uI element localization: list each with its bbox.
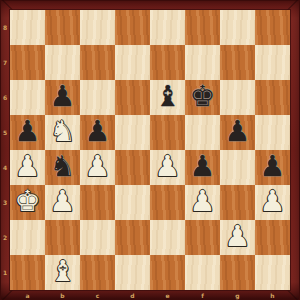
white-king[interactable]: ♚ <box>15 187 41 216</box>
square-b7[interactable] <box>45 45 80 80</box>
square-a6[interactable] <box>10 80 45 115</box>
square-a2[interactable] <box>10 220 45 255</box>
square-c2[interactable] <box>80 220 115 255</box>
file-label-e: e <box>150 290 185 300</box>
square-f8[interactable] <box>185 10 220 45</box>
file-label-b: b <box>45 290 80 300</box>
square-b3[interactable]: ♟ <box>45 185 80 220</box>
square-f2[interactable] <box>185 220 220 255</box>
white-pawn[interactable]: ♟ <box>85 152 111 181</box>
square-h8[interactable] <box>255 10 290 45</box>
square-f7[interactable] <box>185 45 220 80</box>
square-b4[interactable]: ♞ <box>45 150 80 185</box>
file-label-a: a <box>10 290 45 300</box>
square-d3[interactable] <box>115 185 150 220</box>
square-d8[interactable] <box>115 10 150 45</box>
square-a4[interactable]: ♟ <box>10 150 45 185</box>
square-h1[interactable] <box>255 255 290 290</box>
square-g8[interactable] <box>220 10 255 45</box>
square-d4[interactable] <box>115 150 150 185</box>
white-pawn[interactable]: ♟ <box>50 187 76 216</box>
square-b8[interactable] <box>45 10 80 45</box>
square-c6[interactable] <box>80 80 115 115</box>
rank-label-8: 8 <box>0 10 10 45</box>
rank-label-7: 7 <box>0 45 10 80</box>
frame-miter-bottom-left <box>0 289 13 300</box>
square-g2[interactable]: ♟ <box>220 220 255 255</box>
square-f5[interactable] <box>185 115 220 150</box>
square-e2[interactable] <box>150 220 185 255</box>
square-f6[interactable]: ♚ <box>185 80 220 115</box>
square-c7[interactable] <box>80 45 115 80</box>
square-h6[interactable] <box>255 80 290 115</box>
square-a5[interactable]: ♟ <box>10 115 45 150</box>
file-label-f: f <box>185 290 220 300</box>
square-d7[interactable] <box>115 45 150 80</box>
black-pawn[interactable]: ♟ <box>190 152 216 181</box>
square-b5[interactable]: ♞ <box>45 115 80 150</box>
rank-label-3: 3 <box>0 185 10 220</box>
square-d6[interactable] <box>115 80 150 115</box>
square-h3[interactable]: ♟ <box>255 185 290 220</box>
rank-labels: 87654321 <box>0 10 10 290</box>
chess-board: ♟♝♚♟♞♟♟♟♞♟♟♟♟♚♟♟♟♟♝ <box>10 10 290 290</box>
square-h7[interactable] <box>255 45 290 80</box>
square-e5[interactable] <box>150 115 185 150</box>
square-f1[interactable] <box>185 255 220 290</box>
square-g1[interactable] <box>220 255 255 290</box>
black-bishop[interactable]: ♝ <box>155 82 181 111</box>
square-a1[interactable] <box>10 255 45 290</box>
square-g4[interactable] <box>220 150 255 185</box>
black-pawn[interactable]: ♟ <box>260 152 286 181</box>
frame-miter-bottom-right <box>287 289 300 300</box>
square-c1[interactable] <box>80 255 115 290</box>
white-pawn[interactable]: ♟ <box>190 187 216 216</box>
square-f3[interactable]: ♟ <box>185 185 220 220</box>
black-king[interactable]: ♚ <box>190 82 216 111</box>
square-d1[interactable] <box>115 255 150 290</box>
square-a7[interactable] <box>10 45 45 80</box>
square-b6[interactable]: ♟ <box>45 80 80 115</box>
square-c8[interactable] <box>80 10 115 45</box>
white-pawn[interactable]: ♟ <box>15 152 41 181</box>
square-e3[interactable] <box>150 185 185 220</box>
file-label-h: h <box>255 290 290 300</box>
square-a8[interactable] <box>10 10 45 45</box>
square-e1[interactable] <box>150 255 185 290</box>
file-labels: abcdefgh <box>10 290 290 300</box>
square-c5[interactable]: ♟ <box>80 115 115 150</box>
chess-board-frame: ♟♝♚♟♞♟♟♟♞♟♟♟♟♚♟♟♟♟♝ 87654321 abcdefgh <box>0 0 300 300</box>
square-e6[interactable]: ♝ <box>150 80 185 115</box>
rank-label-1: 1 <box>0 255 10 290</box>
black-pawn[interactable]: ♟ <box>15 117 41 146</box>
white-bishop[interactable]: ♝ <box>50 257 76 286</box>
rank-label-6: 6 <box>0 80 10 115</box>
black-knight[interactable]: ♞ <box>50 152 76 181</box>
square-a3[interactable]: ♚ <box>10 185 45 220</box>
square-h5[interactable] <box>255 115 290 150</box>
black-pawn[interactable]: ♟ <box>225 117 251 146</box>
square-e8[interactable] <box>150 10 185 45</box>
square-b2[interactable] <box>45 220 80 255</box>
rank-label-4: 4 <box>0 150 10 185</box>
square-f4[interactable]: ♟ <box>185 150 220 185</box>
square-c3[interactable] <box>80 185 115 220</box>
square-h4[interactable]: ♟ <box>255 150 290 185</box>
white-pawn[interactable]: ♟ <box>225 222 251 251</box>
square-b1[interactable]: ♝ <box>45 255 80 290</box>
file-label-c: c <box>80 290 115 300</box>
square-c4[interactable]: ♟ <box>80 150 115 185</box>
square-g7[interactable] <box>220 45 255 80</box>
square-g6[interactable] <box>220 80 255 115</box>
square-g5[interactable]: ♟ <box>220 115 255 150</box>
square-e7[interactable] <box>150 45 185 80</box>
square-d2[interactable] <box>115 220 150 255</box>
square-g3[interactable] <box>220 185 255 220</box>
square-e4[interactable]: ♟ <box>150 150 185 185</box>
file-label-g: g <box>220 290 255 300</box>
rank-label-5: 5 <box>0 115 10 150</box>
square-h2[interactable] <box>255 220 290 255</box>
black-pawn[interactable]: ♟ <box>85 117 111 146</box>
file-label-d: d <box>115 290 150 300</box>
white-pawn[interactable]: ♟ <box>155 152 181 181</box>
white-pawn[interactable]: ♟ <box>260 187 286 216</box>
square-d5[interactable] <box>115 115 150 150</box>
white-knight[interactable]: ♞ <box>50 117 76 146</box>
black-pawn[interactable]: ♟ <box>50 82 76 111</box>
rank-label-2: 2 <box>0 220 10 255</box>
